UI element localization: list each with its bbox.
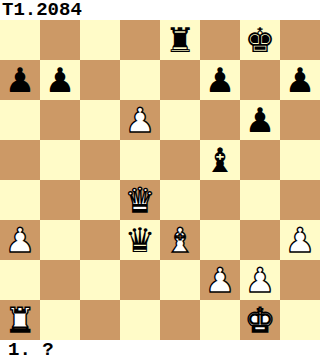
piece-wp[interactable]: ♟ xyxy=(125,100,155,140)
square-c1[interactable] xyxy=(80,300,120,340)
square-h5[interactable] xyxy=(280,140,320,180)
piece-wq[interactable]: ♛ xyxy=(125,180,155,220)
piece-bq[interactable]: ♛ xyxy=(125,220,155,260)
square-c4[interactable] xyxy=(80,180,120,220)
square-a2[interactable] xyxy=(0,260,40,300)
square-f8[interactable] xyxy=(200,20,240,60)
square-g1[interactable]: ♚ xyxy=(240,300,280,340)
square-c3[interactable] xyxy=(80,220,120,260)
square-d5[interactable] xyxy=(120,140,160,180)
square-g4[interactable] xyxy=(240,180,280,220)
square-b1[interactable] xyxy=(40,300,80,340)
square-e5[interactable] xyxy=(160,140,200,180)
diagram-title: T1.2084 xyxy=(2,0,82,20)
piece-bb[interactable]: ♝ xyxy=(205,140,235,180)
square-b8[interactable] xyxy=(40,20,80,60)
piece-bp[interactable]: ♟ xyxy=(5,60,35,100)
square-a8[interactable] xyxy=(0,20,40,60)
square-d2[interactable] xyxy=(120,260,160,300)
square-h7[interactable]: ♟ xyxy=(280,60,320,100)
square-a3[interactable]: ♟ xyxy=(0,220,40,260)
square-c2[interactable] xyxy=(80,260,120,300)
square-b4[interactable] xyxy=(40,180,80,220)
square-g6[interactable]: ♟ xyxy=(240,100,280,140)
piece-wp[interactable]: ♟ xyxy=(285,220,315,260)
square-h6[interactable] xyxy=(280,100,320,140)
square-c6[interactable] xyxy=(80,100,120,140)
square-b5[interactable] xyxy=(40,140,80,180)
square-e6[interactable] xyxy=(160,100,200,140)
square-e4[interactable] xyxy=(160,180,200,220)
piece-bp[interactable]: ♟ xyxy=(45,60,75,100)
square-h4[interactable] xyxy=(280,180,320,220)
square-b7[interactable]: ♟ xyxy=(40,60,80,100)
square-h8[interactable] xyxy=(280,20,320,60)
square-h2[interactable] xyxy=(280,260,320,300)
square-e2[interactable] xyxy=(160,260,200,300)
square-a4[interactable] xyxy=(0,180,40,220)
piece-wk[interactable]: ♚ xyxy=(245,300,275,340)
chess-board: ♜♚♟♟♟♟♟♟♝♛♟♛♝♟♟♟♜♚ xyxy=(0,20,320,340)
square-f2[interactable]: ♟ xyxy=(200,260,240,300)
square-b3[interactable] xyxy=(40,220,80,260)
square-d4[interactable]: ♛ xyxy=(120,180,160,220)
square-g3[interactable] xyxy=(240,220,280,260)
square-a6[interactable] xyxy=(0,100,40,140)
square-e3[interactable]: ♝ xyxy=(160,220,200,260)
square-a1[interactable]: ♜ xyxy=(0,300,40,340)
square-b2[interactable] xyxy=(40,260,80,300)
square-d1[interactable] xyxy=(120,300,160,340)
square-d6[interactable]: ♟ xyxy=(120,100,160,140)
square-f3[interactable] xyxy=(200,220,240,260)
square-f5[interactable]: ♝ xyxy=(200,140,240,180)
piece-br[interactable]: ♜ xyxy=(165,20,195,60)
piece-bp[interactable]: ♟ xyxy=(205,60,235,100)
square-d7[interactable] xyxy=(120,60,160,100)
square-a5[interactable] xyxy=(0,140,40,180)
square-g2[interactable]: ♟ xyxy=(240,260,280,300)
piece-bp[interactable]: ♟ xyxy=(245,100,275,140)
square-e8[interactable]: ♜ xyxy=(160,20,200,60)
square-g5[interactable] xyxy=(240,140,280,180)
piece-wp[interactable]: ♟ xyxy=(5,220,35,260)
square-f4[interactable] xyxy=(200,180,240,220)
square-c7[interactable] xyxy=(80,60,120,100)
square-d3[interactable]: ♛ xyxy=(120,220,160,260)
square-f6[interactable] xyxy=(200,100,240,140)
piece-wp[interactable]: ♟ xyxy=(205,260,235,300)
piece-wb[interactable]: ♝ xyxy=(165,220,195,260)
square-h1[interactable] xyxy=(280,300,320,340)
square-b6[interactable] xyxy=(40,100,80,140)
piece-bk[interactable]: ♚ xyxy=(245,20,275,60)
square-c5[interactable] xyxy=(80,140,120,180)
square-f7[interactable]: ♟ xyxy=(200,60,240,100)
square-g8[interactable]: ♚ xyxy=(240,20,280,60)
square-d8[interactable] xyxy=(120,20,160,60)
square-e1[interactable] xyxy=(160,300,200,340)
piece-wr[interactable]: ♜ xyxy=(5,300,35,340)
square-h3[interactable]: ♟ xyxy=(280,220,320,260)
piece-bp[interactable]: ♟ xyxy=(285,60,315,100)
piece-wp[interactable]: ♟ xyxy=(245,260,275,300)
square-c8[interactable] xyxy=(80,20,120,60)
square-f1[interactable] xyxy=(200,300,240,340)
move-prompt: 1. ? xyxy=(8,340,54,360)
square-e7[interactable] xyxy=(160,60,200,100)
square-g7[interactable] xyxy=(240,60,280,100)
square-a7[interactable]: ♟ xyxy=(0,60,40,100)
